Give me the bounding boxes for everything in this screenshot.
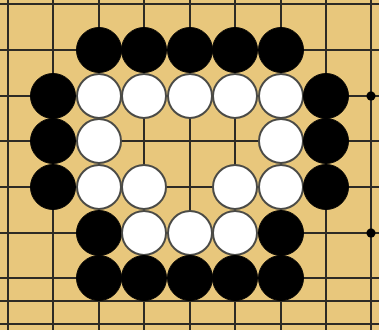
white-stone[interactable] — [121, 164, 167, 210]
go-board[interactable] — [0, 0, 379, 330]
black-stone[interactable] — [76, 255, 122, 301]
black-stone[interactable] — [30, 118, 76, 164]
black-stone[interactable] — [258, 27, 304, 73]
white-stone[interactable] — [121, 73, 167, 119]
black-stone[interactable] — [121, 255, 167, 301]
black-stone[interactable] — [258, 210, 304, 256]
black-stone[interactable] — [167, 27, 213, 73]
grid-line-horizontal — [0, 323, 379, 325]
black-stone[interactable] — [212, 27, 258, 73]
white-stone[interactable] — [121, 210, 167, 256]
black-stone[interactable] — [303, 164, 349, 210]
white-stone[interactable] — [212, 73, 258, 119]
white-stone[interactable] — [167, 73, 213, 119]
white-stone[interactable] — [258, 164, 304, 210]
white-stone[interactable] — [76, 118, 122, 164]
black-stone[interactable] — [258, 255, 304, 301]
hoshi-point — [367, 92, 376, 101]
black-stone[interactable] — [303, 118, 349, 164]
white-stone[interactable] — [76, 164, 122, 210]
black-stone[interactable] — [30, 164, 76, 210]
hoshi-point — [367, 229, 376, 238]
black-stone[interactable] — [121, 27, 167, 73]
black-stone[interactable] — [212, 255, 258, 301]
black-stone[interactable] — [167, 255, 213, 301]
white-stone[interactable] — [212, 210, 258, 256]
black-stone[interactable] — [76, 210, 122, 256]
white-stone[interactable] — [258, 73, 304, 119]
grid-line-horizontal — [0, 3, 379, 5]
white-stone[interactable] — [212, 164, 258, 210]
white-stone[interactable] — [76, 73, 122, 119]
black-stone[interactable] — [303, 73, 349, 119]
black-stone[interactable] — [30, 73, 76, 119]
white-stone[interactable] — [258, 118, 304, 164]
black-stone[interactable] — [76, 27, 122, 73]
white-stone[interactable] — [167, 210, 213, 256]
